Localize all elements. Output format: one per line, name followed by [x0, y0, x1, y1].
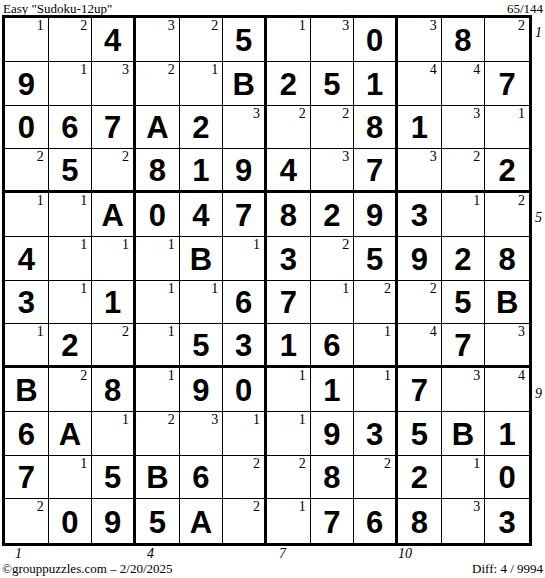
- given-digit: 0: [149, 198, 166, 231]
- cell-r11c6[interactable]: 2: [223, 456, 267, 500]
- pencil-mark: 2: [299, 106, 306, 121]
- given-digit: 9: [18, 67, 35, 100]
- puzzle-page: Easy "Sudoku-12up" 65/144 12432513038291…: [0, 0, 545, 578]
- cell-r10c12[interactable]: 1: [485, 412, 529, 456]
- pencil-mark: 3: [342, 149, 349, 164]
- cell-r9c10[interactable]: 7: [398, 368, 442, 412]
- pencil-mark: 3: [211, 412, 218, 427]
- cell-r12c8[interactable]: 7: [311, 499, 355, 543]
- cell-r2c8[interactable]: 5: [311, 62, 355, 106]
- given-digit: 0: [499, 460, 516, 493]
- given-digit: 9: [235, 153, 252, 186]
- pencil-mark: 2: [384, 456, 391, 471]
- cell-r7c10[interactable]: 2: [398, 281, 442, 325]
- given-digit: 6: [366, 505, 383, 538]
- cell-r10c10[interactable]: 5: [398, 412, 442, 456]
- cell-r8c12[interactable]: 3: [485, 324, 529, 368]
- given-digit: 1: [104, 285, 121, 318]
- cell-r8c5[interactable]: 5: [180, 324, 224, 368]
- cell-r11c5[interactable]: 6: [180, 456, 224, 500]
- cell-r2c10[interactable]: 4: [398, 62, 442, 106]
- cell-r6c3[interactable]: 1: [92, 237, 136, 281]
- cell-r7c11[interactable]: 5: [442, 281, 486, 325]
- given-digit: 5: [192, 328, 209, 361]
- given-digit: 2: [454, 242, 471, 275]
- given-digit: 9: [192, 373, 209, 406]
- given-digit: 9: [104, 505, 121, 538]
- cell-r3c10[interactable]: 1: [398, 106, 442, 150]
- given-digit: 7: [18, 460, 35, 493]
- pencil-mark: 2: [518, 18, 525, 33]
- cell-r9c6[interactable]: 0: [223, 368, 267, 412]
- cell-r8c3[interactable]: 2: [92, 324, 136, 368]
- given-digit: 4: [18, 242, 35, 275]
- cell-r7c7[interactable]: 7: [267, 281, 311, 325]
- pencil-mark: 3: [342, 18, 349, 33]
- given-digit: 6: [235, 285, 252, 318]
- cell-r6c11[interactable]: 2: [442, 237, 486, 281]
- pencil-mark: 2: [80, 18, 87, 33]
- given-digit: 3: [411, 198, 428, 231]
- given-digit: 8: [149, 153, 166, 186]
- given-digit: 1: [499, 417, 516, 450]
- cell-r10c2[interactable]: A: [49, 412, 93, 456]
- pencil-mark: 4: [473, 62, 480, 77]
- pencil-mark: 2: [299, 456, 306, 471]
- given-digit: 2: [411, 460, 428, 493]
- pencil-mark: 1: [518, 106, 525, 121]
- cell-r4c7[interactable]: 4: [267, 149, 311, 193]
- cell-r9c3[interactable]: 8: [92, 368, 136, 412]
- given-digit: 8: [323, 460, 340, 493]
- given-digit: 4: [104, 23, 121, 56]
- cell-r5c2[interactable]: 1: [49, 193, 93, 237]
- cell-r8c7[interactable]: 1: [267, 324, 311, 368]
- cell-r9c12[interactable]: 4: [485, 368, 529, 412]
- given-digit: 1: [280, 328, 297, 361]
- pencil-mark: 4: [430, 62, 437, 77]
- given-digit: A: [190, 505, 212, 538]
- cell-r6c4[interactable]: 1: [136, 237, 180, 281]
- given-digit: 5: [61, 153, 78, 186]
- cell-r3c7[interactable]: 2: [267, 106, 311, 150]
- cell-r4c1[interactable]: 2: [5, 149, 49, 193]
- cell-r2c11[interactable]: 4: [442, 62, 486, 106]
- given-digit: 9: [323, 417, 340, 450]
- given-digit: 4: [192, 198, 209, 231]
- given-digit: 5: [366, 242, 383, 275]
- pencil-mark: 1: [80, 237, 87, 252]
- cell-r6c7[interactable]: 3: [267, 237, 311, 281]
- pencil-mark: 4: [430, 324, 437, 339]
- cell-r2c4[interactable]: 2: [136, 62, 180, 106]
- cell-r12c9[interactable]: 6: [354, 499, 398, 543]
- given-digit: 8: [366, 110, 383, 143]
- cell-r2c7[interactable]: 2: [267, 62, 311, 106]
- pencil-mark: 1: [122, 237, 129, 252]
- cell-r8c1[interactable]: 1: [5, 324, 49, 368]
- cell-r2c6[interactable]: B: [223, 62, 267, 106]
- col-label-10: 10: [398, 546, 412, 560]
- pencil-mark: 2: [37, 149, 44, 164]
- cell-r7c12[interactable]: B: [485, 281, 529, 325]
- given-digit: 5: [104, 460, 121, 493]
- cell-r2c1[interactable]: 9: [5, 62, 49, 106]
- given-digit: B: [146, 460, 168, 493]
- cell-r9c7[interactable]: 1: [267, 368, 311, 412]
- cell-r4c12[interactable]: 2: [485, 149, 529, 193]
- given-digit: 0: [366, 23, 383, 56]
- pencil-mark: 2: [168, 62, 175, 77]
- pencil-mark: 1: [384, 368, 391, 383]
- pencil-mark: 1: [253, 237, 260, 252]
- pencil-mark: 3: [430, 149, 437, 164]
- pencil-mark: 1: [80, 456, 87, 471]
- cell-r1c12[interactable]: 2: [485, 18, 529, 62]
- cell-r7c1[interactable]: 3: [5, 281, 49, 325]
- cell-r1c4[interactable]: 3: [136, 18, 180, 62]
- cell-r9c1[interactable]: B: [5, 368, 49, 412]
- pencil-mark: 1: [168, 368, 175, 383]
- cell-r7c4[interactable]: 1: [136, 281, 180, 325]
- given-digit: 9: [411, 242, 428, 275]
- cell-r3c8[interactable]: 2: [311, 106, 355, 150]
- given-digit: 7: [323, 505, 340, 538]
- cell-r1c3[interactable]: 4: [92, 18, 136, 62]
- pencil-mark: 1: [299, 499, 306, 514]
- given-digit: 0: [235, 373, 252, 406]
- cell-r2c9[interactable]: 1: [354, 62, 398, 106]
- cell-r6c10[interactable]: 9: [398, 237, 442, 281]
- cell-r10c8[interactable]: 9: [311, 412, 355, 456]
- cell-r8c6[interactable]: 3: [223, 324, 267, 368]
- pencil-mark: 1: [37, 193, 44, 208]
- cell-r10c7[interactable]: 1: [267, 412, 311, 456]
- pencil-mark: 2: [253, 456, 260, 471]
- pencil-mark: 1: [342, 281, 349, 296]
- cell-r10c11[interactable]: B: [442, 412, 486, 456]
- cell-r9c11[interactable]: 3: [442, 368, 486, 412]
- pencil-mark: 2: [168, 412, 175, 427]
- cell-r6c1[interactable]: 4: [5, 237, 49, 281]
- cell-r1c9[interactable]: 0: [354, 18, 398, 62]
- cell-r6c6[interactable]: 1: [223, 237, 267, 281]
- cell-r7c5[interactable]: 1: [180, 281, 224, 325]
- given-digit: 8: [104, 373, 121, 406]
- given-digit: B: [496, 285, 518, 318]
- pencil-mark: 1: [37, 18, 44, 33]
- given-digit: A: [59, 417, 81, 450]
- cell-r9c9[interactable]: 1: [354, 368, 398, 412]
- cell-r12c6[interactable]: 2: [223, 499, 267, 543]
- cell-r1c5[interactable]: 2: [180, 18, 224, 62]
- given-digit: 3: [366, 417, 383, 450]
- col-label-7: 7: [279, 546, 286, 560]
- difficulty-text: Diff: 4 / 9994: [472, 561, 543, 577]
- given-digit: 6: [61, 110, 78, 143]
- cell-r11c11[interactable]: 1: [442, 456, 486, 500]
- col-label-4: 4: [147, 546, 154, 560]
- given-digit: 2: [280, 67, 297, 100]
- cell-r8c4[interactable]: 1: [136, 324, 180, 368]
- given-digit: 8: [280, 198, 297, 231]
- cell-r1c11[interactable]: 8: [442, 18, 486, 62]
- given-digit: 3: [499, 505, 516, 538]
- cell-r2c2[interactable]: 1: [49, 62, 93, 106]
- pencil-mark: 2: [122, 324, 129, 339]
- pencil-mark: 3: [473, 368, 480, 383]
- pencil-mark: 2: [122, 149, 129, 164]
- pencil-mark: 3: [473, 499, 480, 514]
- given-digit: 6: [323, 328, 340, 361]
- cell-r1c7[interactable]: 1: [267, 18, 311, 62]
- pencil-mark: 2: [473, 149, 480, 164]
- cell-r2c3[interactable]: 3: [92, 62, 136, 106]
- pencil-mark: 1: [168, 281, 175, 296]
- cell-r5c7[interactable]: 8: [267, 193, 311, 237]
- given-digit: 7: [366, 153, 383, 186]
- given-digit: 7: [411, 373, 428, 406]
- cell-r3c2[interactable]: 6: [49, 106, 93, 150]
- cell-r10c5[interactable]: 3: [180, 412, 224, 456]
- given-digit: A: [146, 110, 168, 143]
- pencil-mark: 2: [430, 281, 437, 296]
- pencil-mark: 1: [473, 193, 480, 208]
- given-digit: 1: [366, 67, 383, 100]
- pencil-mark: 1: [299, 368, 306, 383]
- cell-r12c3[interactable]: 9: [92, 499, 136, 543]
- cell-r5c1[interactable]: 1: [5, 193, 49, 237]
- cell-r9c4[interactable]: 1: [136, 368, 180, 412]
- pencil-mark: 1: [299, 412, 306, 427]
- cell-r3c11[interactable]: 3: [442, 106, 486, 150]
- given-digit: B: [15, 373, 37, 406]
- cell-r10c6[interactable]: 1: [223, 412, 267, 456]
- cell-r1c6[interactable]: 5: [223, 18, 267, 62]
- given-digit: 6: [18, 417, 35, 450]
- given-digit: 1: [411, 110, 428, 143]
- row-label-5: 5: [535, 210, 545, 226]
- cell-r3c4[interactable]: A: [136, 106, 180, 150]
- cell-r4c9[interactable]: 7: [354, 149, 398, 193]
- cell-r4c8[interactable]: 3: [311, 149, 355, 193]
- cell-r3c1[interactable]: 0: [5, 106, 49, 150]
- pencil-mark: 1: [211, 281, 218, 296]
- pencil-mark: 3: [518, 324, 525, 339]
- given-digit: 8: [411, 505, 428, 538]
- cell-r3c9[interactable]: 8: [354, 106, 398, 150]
- cell-r1c2[interactable]: 2: [49, 18, 93, 62]
- given-digit: 5: [411, 417, 428, 450]
- cell-r9c8[interactable]: 1: [311, 368, 355, 412]
- pencil-mark: 1: [122, 412, 129, 427]
- cell-r4c11[interactable]: 2: [442, 149, 486, 193]
- pencil-mark: 1: [168, 324, 175, 339]
- pencil-mark: 1: [80, 62, 87, 77]
- cell-r4c10[interactable]: 3: [398, 149, 442, 193]
- pencil-mark: 3: [473, 106, 480, 121]
- given-digit: B: [232, 67, 254, 100]
- given-digit: 7: [104, 110, 121, 143]
- pencil-mark: 1: [473, 456, 480, 471]
- given-digit: 2: [499, 153, 516, 186]
- cell-r11c2[interactable]: 1: [49, 456, 93, 500]
- cell-r3c6[interactable]: 3: [223, 106, 267, 150]
- cell-r8c10[interactable]: 4: [398, 324, 442, 368]
- cell-r12c5[interactable]: A: [180, 499, 224, 543]
- pencil-mark: 2: [80, 368, 87, 383]
- cell-r4c3[interactable]: 2: [92, 149, 136, 193]
- given-digit: 3: [235, 328, 252, 361]
- cell-r3c5[interactable]: 2: [180, 106, 224, 150]
- cell-r5c9[interactable]: 9: [354, 193, 398, 237]
- cell-r5c11[interactable]: 1: [442, 193, 486, 237]
- cell-r11c1[interactable]: 7: [5, 456, 49, 500]
- cell-r6c2[interactable]: 1: [49, 237, 93, 281]
- given-digit: 3: [280, 242, 297, 275]
- pencil-mark: 1: [80, 281, 87, 296]
- cell-r7c8[interactable]: 1: [311, 281, 355, 325]
- cell-r3c12[interactable]: 1: [485, 106, 529, 150]
- cell-r3c3[interactable]: 7: [92, 106, 136, 150]
- pencil-mark: 3: [168, 18, 175, 33]
- given-digit: B: [190, 242, 212, 275]
- cell-r5c12[interactable]: 2: [485, 193, 529, 237]
- cell-r8c9[interactable]: 1: [354, 324, 398, 368]
- cell-r5c6[interactable]: 7: [223, 193, 267, 237]
- cell-r11c12[interactable]: 0: [485, 456, 529, 500]
- cell-r12c10[interactable]: 8: [398, 499, 442, 543]
- cell-r6c9[interactable]: 5: [354, 237, 398, 281]
- given-digit: 7: [280, 285, 297, 318]
- cell-r11c7[interactable]: 2: [267, 456, 311, 500]
- cell-r1c10[interactable]: 3: [398, 18, 442, 62]
- cell-r12c1[interactable]: 2: [5, 499, 49, 543]
- cell-r8c2[interactable]: 2: [49, 324, 93, 368]
- cell-r12c7[interactable]: 1: [267, 499, 311, 543]
- given-digit: A: [101, 198, 123, 231]
- pencil-mark: 1: [253, 412, 260, 427]
- cell-r4c2[interactable]: 5: [49, 149, 93, 193]
- cell-r2c5[interactable]: 1: [180, 62, 224, 106]
- cell-r4c5[interactable]: 1: [180, 149, 224, 193]
- pencil-mark: 1: [211, 62, 218, 77]
- cell-r5c5[interactable]: 4: [180, 193, 224, 237]
- cell-r5c4[interactable]: 0: [136, 193, 180, 237]
- pencil-mark: 3: [122, 62, 129, 77]
- given-digit: 0: [61, 505, 78, 538]
- cell-r4c4[interactable]: 8: [136, 149, 180, 193]
- given-digit: 3: [18, 285, 35, 318]
- cell-r4c6[interactable]: 9: [223, 149, 267, 193]
- pencil-mark: 2: [37, 499, 44, 514]
- given-digit: 5: [323, 67, 340, 100]
- cell-r8c8[interactable]: 6: [311, 324, 355, 368]
- cell-r9c2[interactable]: 2: [49, 368, 93, 412]
- cell-r7c9[interactable]: 2: [354, 281, 398, 325]
- cell-r11c10[interactable]: 2: [398, 456, 442, 500]
- pencil-mark: 1: [80, 193, 87, 208]
- cell-r11c8[interactable]: 8: [311, 456, 355, 500]
- given-digit: 7: [235, 198, 252, 231]
- given-digit: 8: [499, 242, 516, 275]
- given-digit: 9: [366, 198, 383, 231]
- cell-r6c5[interactable]: B: [180, 237, 224, 281]
- pencil-mark: 3: [253, 106, 260, 121]
- cell-r10c9[interactable]: 3: [354, 412, 398, 456]
- given-digit: 2: [61, 328, 78, 361]
- cell-r7c3[interactable]: 1: [92, 281, 136, 325]
- pencil-mark: 2: [342, 106, 349, 121]
- row-label-1: 1: [535, 25, 545, 41]
- cell-r10c3[interactable]: 1: [92, 412, 136, 456]
- row-label-9: 9: [535, 386, 545, 402]
- given-digit: 1: [323, 373, 340, 406]
- sudoku-grid: 12432513038291321B251447067A232281312528…: [2, 15, 532, 546]
- col-label-1: 1: [15, 546, 22, 560]
- pencil-mark: 2: [384, 281, 391, 296]
- cell-r11c4[interactable]: B: [136, 456, 180, 500]
- cell-r12c11[interactable]: 3: [442, 499, 486, 543]
- cell-r10c1[interactable]: 6: [5, 412, 49, 456]
- pencil-mark: 3: [430, 18, 437, 33]
- cell-r7c2[interactable]: 1: [49, 281, 93, 325]
- cell-r2c12[interactable]: 7: [485, 62, 529, 106]
- given-digit: 2: [323, 198, 340, 231]
- cell-r6c12[interactable]: 8: [485, 237, 529, 281]
- cell-r7c6[interactable]: 6: [223, 281, 267, 325]
- cell-r6c8[interactable]: 2: [311, 237, 355, 281]
- given-digit: 4: [280, 153, 297, 186]
- given-digit: 2: [192, 110, 209, 143]
- cell-r12c2[interactable]: 0: [49, 499, 93, 543]
- given-digit: B: [452, 417, 474, 450]
- cell-r5c3[interactable]: A: [92, 193, 136, 237]
- cell-r9c5[interactable]: 9: [180, 368, 224, 412]
- copyright-text: ©grouppuzzles.com – 2/20/2025: [2, 561, 173, 577]
- cell-r12c4[interactable]: 5: [136, 499, 180, 543]
- cell-r8c11[interactable]: 7: [442, 324, 486, 368]
- pencil-mark: 1: [384, 324, 391, 339]
- cell-r5c8[interactable]: 2: [311, 193, 355, 237]
- pencil-mark: 1: [168, 237, 175, 252]
- given-digit: 0: [18, 110, 35, 143]
- pencil-mark: 2: [253, 499, 260, 514]
- cell-r12c12[interactable]: 3: [485, 499, 529, 543]
- given-digit: 5: [235, 23, 252, 56]
- cell-r5c10[interactable]: 3: [398, 193, 442, 237]
- pencil-mark: 4: [518, 368, 525, 383]
- pencil-mark: 2: [211, 18, 218, 33]
- cell-r1c8[interactable]: 3: [311, 18, 355, 62]
- pencil-mark: 1: [37, 324, 44, 339]
- given-digit: 8: [454, 23, 471, 56]
- given-digit: 5: [454, 285, 471, 318]
- given-digit: 1: [192, 153, 209, 186]
- cell-r10c4[interactable]: 2: [136, 412, 180, 456]
- cell-r11c3[interactable]: 5: [92, 456, 136, 500]
- given-digit: 6: [192, 460, 209, 493]
- given-digit: 7: [499, 67, 516, 100]
- cell-r1c1[interactable]: 1: [5, 18, 49, 62]
- pencil-mark: 1: [299, 18, 306, 33]
- pencil-mark: 2: [342, 237, 349, 252]
- cell-r11c9[interactable]: 2: [354, 456, 398, 500]
- given-digit: 5: [149, 505, 166, 538]
- pencil-mark: 2: [518, 193, 525, 208]
- given-digit: 7: [454, 328, 471, 361]
